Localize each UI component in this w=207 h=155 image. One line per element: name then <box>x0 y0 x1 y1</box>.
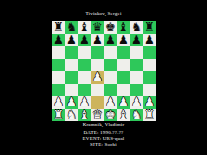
game-metadata: DATE: 1990.??.?? EVENT: URS-qual SITE: S… <box>0 130 207 148</box>
square-c7[interactable]: ♟ <box>78 34 91 47</box>
piece-black-bishop[interactable]: ♝ <box>118 21 129 33</box>
square-d3[interactable] <box>91 84 104 97</box>
piece-black-pawn[interactable]: ♟ <box>105 33 116 45</box>
square-f5[interactable] <box>117 59 130 72</box>
square-a5[interactable] <box>52 59 65 72</box>
square-g6[interactable] <box>130 46 143 59</box>
square-d1[interactable]: ♛ <box>91 109 104 122</box>
piece-black-rook[interactable]: ♜ <box>53 21 64 33</box>
square-g4[interactable] <box>130 71 143 84</box>
piece-white-rook[interactable]: ♜ <box>144 108 155 120</box>
top-player-name: Tiviakov, Sergei <box>0 11 207 17</box>
square-f1[interactable]: ♝ <box>117 109 130 122</box>
piece-white-pawn[interactable]: ♟ <box>79 96 90 108</box>
piece-white-pawn[interactable]: ♟ <box>53 96 64 108</box>
piece-black-king[interactable]: ♚ <box>105 21 116 33</box>
piece-black-pawn[interactable]: ♟ <box>79 33 90 45</box>
piece-black-pawn[interactable]: ♟ <box>92 33 103 45</box>
square-g5[interactable] <box>130 59 143 72</box>
square-f4[interactable] <box>117 71 130 84</box>
piece-white-pawn[interactable]: ♟ <box>144 96 155 108</box>
square-h4[interactable] <box>143 71 156 84</box>
piece-black-pawn[interactable]: ♟ <box>66 33 77 45</box>
square-a7[interactable]: ♟ <box>52 34 65 47</box>
square-e5[interactable] <box>104 59 117 72</box>
piece-black-pawn[interactable]: ♟ <box>118 33 129 45</box>
chess-board: ♜♞♝♛♚♝♞♜♟♟♟♟♟♟♟♟♟♟♟♟♟♟♟♟♜♞♝♛♚♝♞♜ <box>52 21 156 121</box>
piece-white-pawn[interactable]: ♟ <box>105 96 116 108</box>
square-b6[interactable] <box>65 46 78 59</box>
piece-black-pawn[interactable]: ♟ <box>131 33 142 45</box>
piece-black-knight[interactable]: ♞ <box>66 21 77 33</box>
square-b5[interactable] <box>65 59 78 72</box>
piece-black-rook[interactable]: ♜ <box>144 21 155 33</box>
square-h1[interactable]: ♜ <box>143 109 156 122</box>
square-a4[interactable] <box>52 71 65 84</box>
square-b4[interactable] <box>65 71 78 84</box>
square-e7[interactable]: ♟ <box>104 34 117 47</box>
piece-white-knight[interactable]: ♞ <box>66 108 77 120</box>
square-g1[interactable]: ♞ <box>130 109 143 122</box>
piece-black-pawn[interactable]: ♟ <box>53 33 64 45</box>
square-c4[interactable] <box>78 71 91 84</box>
piece-white-pawn[interactable]: ♟ <box>92 71 103 83</box>
piece-white-pawn[interactable]: ♟ <box>66 96 77 108</box>
square-e4[interactable] <box>104 71 117 84</box>
square-d7[interactable]: ♟ <box>91 34 104 47</box>
square-h6[interactable] <box>143 46 156 59</box>
square-a1[interactable]: ♜ <box>52 109 65 122</box>
chess-viewer: Tiviakov, Sergei ♜♞♝♛♚♝♞♜♟♟♟♟♟♟♟♟♟♟♟♟♟♟♟… <box>0 0 207 155</box>
square-d4[interactable]: ♟ <box>91 71 104 84</box>
game-site: SITE: Sochi <box>0 142 207 148</box>
square-f6[interactable] <box>117 46 130 59</box>
bottom-player-name: Kramnik, Vladimir <box>0 122 207 128</box>
square-d6[interactable] <box>91 46 104 59</box>
square-h5[interactable] <box>143 59 156 72</box>
piece-black-queen[interactable]: ♛ <box>92 21 103 33</box>
piece-white-pawn[interactable]: ♟ <box>118 96 129 108</box>
square-c1[interactable]: ♝ <box>78 109 91 122</box>
piece-white-queen[interactable]: ♛ <box>92 108 103 120</box>
square-g7[interactable]: ♟ <box>130 34 143 47</box>
piece-black-pawn[interactable]: ♟ <box>144 33 155 45</box>
piece-white-bishop[interactable]: ♝ <box>118 108 129 120</box>
piece-white-knight[interactable]: ♞ <box>131 108 142 120</box>
square-c5[interactable] <box>78 59 91 72</box>
piece-white-pawn[interactable]: ♟ <box>131 96 142 108</box>
piece-black-knight[interactable]: ♞ <box>131 21 142 33</box>
piece-black-bishop[interactable]: ♝ <box>79 21 90 33</box>
piece-white-rook[interactable]: ♜ <box>53 108 64 120</box>
square-f7[interactable]: ♟ <box>117 34 130 47</box>
square-b1[interactable]: ♞ <box>65 109 78 122</box>
square-h7[interactable]: ♟ <box>143 34 156 47</box>
square-e6[interactable] <box>104 46 117 59</box>
square-e1[interactable]: ♚ <box>104 109 117 122</box>
square-b7[interactable]: ♟ <box>65 34 78 47</box>
square-c6[interactable] <box>78 46 91 59</box>
piece-white-king[interactable]: ♚ <box>105 108 116 120</box>
square-a6[interactable] <box>52 46 65 59</box>
piece-white-bishop[interactable]: ♝ <box>79 108 90 120</box>
